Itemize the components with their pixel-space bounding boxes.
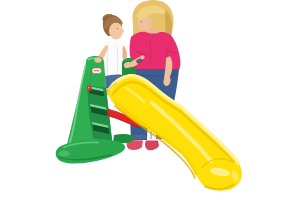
child-face <box>109 23 123 40</box>
child-nose <box>121 30 124 33</box>
red-knob <box>87 86 92 91</box>
product-photo <box>0 0 290 201</box>
base-foot-gloss <box>59 151 70 157</box>
child-hand-on-rail <box>95 57 102 63</box>
red-knob-gloss <box>88 87 89 88</box>
child-eye <box>117 28 118 29</box>
woman-eye <box>141 21 142 22</box>
